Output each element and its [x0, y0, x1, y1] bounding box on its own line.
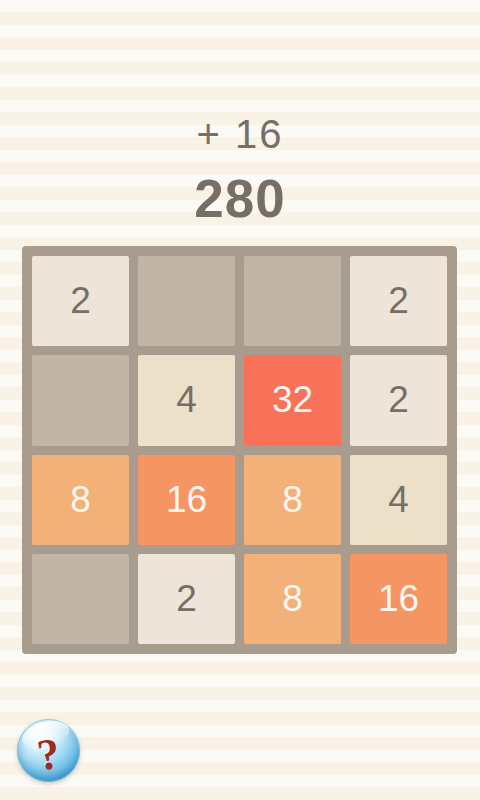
tile-16-r4c4: 16 — [350, 554, 447, 644]
tile-16-r3c2: 16 — [138, 455, 235, 545]
score: 280 — [0, 172, 480, 225]
empty-cell-r2c1 — [32, 355, 129, 445]
gloss-highlight — [20, 716, 73, 753]
tile-2-r2c4: 2 — [350, 355, 447, 445]
tile-2-r4c2: 2 — [138, 554, 235, 644]
tile-4-r3c4: 4 — [350, 455, 447, 545]
question-mark-icon: ? — [12, 718, 84, 790]
tile-8-r3c1: 8 — [32, 455, 129, 545]
tile-32-r2c3: 32 — [244, 355, 341, 445]
empty-cell-r1c2 — [138, 256, 235, 346]
tile-8-r4c3: 8 — [244, 554, 341, 644]
score-delta: + 16 — [0, 114, 480, 154]
empty-cell-r1c3 — [244, 256, 341, 346]
tile-2-r1c1: 2 — [32, 256, 129, 346]
help-button[interactable]: ? — [17, 719, 80, 782]
board-grid[interactable]: 224322816842816 — [22, 246, 457, 654]
tile-2-r1c4: 2 — [350, 256, 447, 346]
empty-cell-r4c1 — [32, 554, 129, 644]
tile-4-r2c2: 4 — [138, 355, 235, 445]
tile-8-r3c3: 8 — [244, 455, 341, 545]
